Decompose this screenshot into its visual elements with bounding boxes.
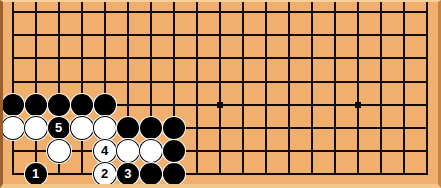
intersection-c1-r8[interactable] — [3, 2, 24, 24]
intersection-c2-r3[interactable] — [24, 116, 47, 139]
intersection-c18-r3[interactable] — [393, 116, 416, 139]
intersection-c1-r2[interactable] — [3, 140, 24, 163]
intersection-c16-r6[interactable] — [347, 47, 370, 70]
star-point-icon — [355, 102, 361, 108]
intersection-c11-r7[interactable] — [231, 24, 254, 47]
intersection-c15-r1[interactable] — [324, 163, 347, 184]
intersection-c12-r3[interactable] — [255, 116, 278, 139]
intersection-c4-r7[interactable] — [70, 24, 93, 47]
intersection-c10-r5[interactable] — [208, 70, 231, 93]
intersection-c5-r8[interactable] — [93, 2, 116, 24]
intersection-c9-r8[interactable] — [185, 2, 208, 24]
move-number: 4 — [101, 144, 108, 157]
intersection-c8-r5[interactable] — [162, 70, 185, 93]
move-number: 5 — [55, 121, 62, 134]
intersection-c14-r5[interactable] — [301, 70, 324, 93]
black-stone — [71, 94, 93, 116]
intersection-c13-r5[interactable] — [278, 70, 301, 93]
intersection-c11-r1[interactable] — [231, 163, 254, 184]
intersection-c8-r7[interactable] — [162, 24, 185, 47]
black-stone-move-3: 3 — [117, 163, 139, 184]
intersection-c4-r6[interactable] — [70, 47, 93, 70]
intersection-c17-r1[interactable] — [370, 163, 393, 184]
intersection-c14-r1[interactable] — [301, 163, 324, 184]
intersection-c12-r7[interactable] — [255, 24, 278, 47]
intersection-c12-r6[interactable] — [255, 47, 278, 70]
intersection-c6-r3[interactable] — [116, 116, 139, 139]
intersection-c6-r1[interactable]: 3 — [116, 163, 139, 184]
intersection-c2-r1[interactable]: 1 — [24, 163, 47, 184]
intersection-c19-r5[interactable] — [416, 70, 438, 93]
intersection-c4-r1[interactable] — [70, 163, 93, 184]
intersection-c5-r5[interactable] — [93, 70, 116, 93]
intersection-c7-r5[interactable] — [139, 70, 162, 93]
intersection-c2-r4[interactable] — [24, 93, 47, 116]
intersection-c14-r3[interactable] — [301, 116, 324, 139]
intersection-c2-r7[interactable] — [24, 24, 47, 47]
intersection-c5-r4[interactable] — [93, 93, 116, 116]
intersection-c19-r2[interactable] — [416, 140, 438, 163]
intersection-c9-r6[interactable] — [185, 47, 208, 70]
move-number: 2 — [101, 167, 108, 180]
intersection-c11-r5[interactable] — [231, 70, 254, 93]
intersection-c18-r8[interactable] — [393, 2, 416, 24]
intersection-c1-r5[interactable] — [3, 70, 24, 93]
black-stone-move-1: 1 — [25, 163, 47, 184]
black-stone — [25, 94, 47, 116]
intersection-c10-r6[interactable] — [208, 47, 231, 70]
intersection-c16-r4[interactable] — [347, 93, 370, 116]
intersection-c3-r8[interactable] — [47, 2, 70, 24]
black-stone — [163, 117, 185, 139]
intersection-c16-r1[interactable] — [347, 163, 370, 184]
intersection-c3-r7[interactable] — [47, 24, 70, 47]
intersection-c6-r2[interactable] — [116, 140, 139, 163]
white-stone — [94, 117, 116, 139]
black-stone-move-5: 5 — [48, 117, 70, 139]
intersection-c3-r2[interactable] — [47, 140, 70, 163]
intersection-c15-r6[interactable] — [324, 47, 347, 70]
intersection-c8-r6[interactable] — [162, 47, 185, 70]
intersection-c6-r7[interactable] — [116, 24, 139, 47]
intersection-c14-r7[interactable] — [301, 24, 324, 47]
intersection-c9-r4[interactable] — [185, 93, 208, 116]
black-stone — [163, 140, 185, 162]
intersection-c4-r4[interactable] — [70, 93, 93, 116]
intersection-c5-r3[interactable] — [93, 116, 116, 139]
intersection-c1-r6[interactable] — [3, 47, 24, 70]
go-board-diagram: 54123 — [0, 0, 441, 188]
intersection-c11-r4[interactable] — [231, 93, 254, 116]
intersection-c4-r5[interactable] — [70, 70, 93, 93]
white-stone — [25, 117, 47, 139]
black-stone — [3, 94, 24, 116]
intersection-c10-r7[interactable] — [208, 24, 231, 47]
intersection-c2-r8[interactable] — [24, 2, 47, 24]
intersection-c18-r4[interactable] — [393, 93, 416, 116]
intersection-c9-r7[interactable] — [185, 24, 208, 47]
move-number: 3 — [124, 167, 131, 180]
intersection-c19-r1[interactable] — [416, 163, 438, 184]
intersection-c19-r7[interactable] — [416, 24, 438, 47]
intersection-c17-r2[interactable] — [370, 140, 393, 163]
intersection-c19-r6[interactable] — [416, 47, 438, 70]
intersection-c7-r8[interactable] — [139, 2, 162, 24]
intersection-c15-r8[interactable] — [324, 2, 347, 24]
intersection-c7-r3[interactable] — [139, 116, 162, 139]
intersection-c3-r6[interactable] — [47, 47, 70, 70]
white-stone — [140, 140, 162, 162]
intersection-c16-r2[interactable] — [347, 140, 370, 163]
intersection-c2-r6[interactable] — [24, 47, 47, 70]
black-stone — [140, 117, 162, 139]
intersection-c13-r7[interactable] — [278, 24, 301, 47]
intersection-c1-r7[interactable] — [3, 24, 24, 47]
star-point-icon — [217, 102, 223, 108]
intersection-c19-r8[interactable] — [416, 2, 438, 24]
intersection-c15-r4[interactable] — [324, 93, 347, 116]
intersection-c18-r2[interactable] — [393, 140, 416, 163]
intersection-c3-r1[interactable] — [47, 163, 70, 184]
intersection-c9-r3[interactable] — [185, 116, 208, 139]
intersection-c18-r5[interactable] — [393, 70, 416, 93]
black-stone — [163, 163, 185, 184]
intersection-c17-r6[interactable] — [370, 47, 393, 70]
intersection-c15-r5[interactable] — [324, 70, 347, 93]
intersection-c10-r1[interactable] — [208, 163, 231, 184]
intersection-c19-r4[interactable] — [416, 93, 438, 116]
move-number: 1 — [32, 167, 39, 180]
intersection-c9-r1[interactable] — [185, 163, 208, 184]
black-stone — [94, 94, 116, 116]
intersection-c6-r4[interactable] — [116, 93, 139, 116]
intersection-c8-r1[interactable] — [162, 163, 185, 184]
white-stone — [71, 117, 93, 139]
intersection-c16-r8[interactable] — [347, 2, 370, 24]
intersection-c11-r6[interactable] — [231, 47, 254, 70]
intersection-c7-r1[interactable] — [139, 163, 162, 184]
intersection-c6-r5[interactable] — [116, 70, 139, 93]
white-stone-move-4: 4 — [94, 140, 116, 162]
intersection-c7-r7[interactable] — [139, 24, 162, 47]
intersection-c13-r3[interactable] — [278, 116, 301, 139]
intersection-c12-r8[interactable] — [255, 2, 278, 24]
intersection-c10-r2[interactable] — [208, 140, 231, 163]
intersection-c3-r3[interactable]: 5 — [47, 116, 70, 139]
white-stone — [3, 117, 24, 139]
intersection-c4-r2[interactable] — [70, 140, 93, 163]
intersection-c18-r1[interactable] — [393, 163, 416, 184]
intersection-c13-r8[interactable] — [278, 2, 301, 24]
intersection-c1-r1[interactable] — [3, 163, 24, 184]
intersection-c9-r2[interactable] — [185, 140, 208, 163]
intersection-c8-r2[interactable] — [162, 140, 185, 163]
white-stone — [48, 140, 70, 162]
intersection-c14-r8[interactable] — [301, 2, 324, 24]
intersection-c17-r4[interactable] — [370, 93, 393, 116]
intersection-c7-r4[interactable] — [139, 93, 162, 116]
intersection-c3-r4[interactable] — [47, 93, 70, 116]
intersection-c14-r2[interactable] — [301, 140, 324, 163]
intersection-c17-r8[interactable] — [370, 2, 393, 24]
intersection-c15-r7[interactable] — [324, 24, 347, 47]
intersection-c12-r1[interactable] — [255, 163, 278, 184]
intersection-c10-r4[interactable] — [208, 93, 231, 116]
intersection-c6-r8[interactable] — [116, 2, 139, 24]
intersection-c2-r2[interactable] — [24, 140, 47, 163]
white-stone-move-2: 2 — [94, 163, 116, 184]
intersection-c8-r4[interactable] — [162, 93, 185, 116]
intersection-c17-r3[interactable] — [370, 116, 393, 139]
intersection-c4-r8[interactable] — [70, 2, 93, 24]
intersection-c15-r2[interactable] — [324, 140, 347, 163]
board-area: 54123 — [3, 2, 438, 184]
intersection-c7-r2[interactable] — [139, 140, 162, 163]
intersection-c16-r5[interactable] — [347, 70, 370, 93]
intersection-c9-r5[interactable] — [185, 70, 208, 93]
intersection-c14-r4[interactable] — [301, 93, 324, 116]
intersection-c1-r3[interactable] — [3, 116, 24, 139]
intersection-c5-r2[interactable]: 4 — [93, 140, 116, 163]
intersection-c16-r3[interactable] — [347, 116, 370, 139]
intersection-c6-r6[interactable] — [116, 47, 139, 70]
intersection-c15-r3[interactable] — [324, 116, 347, 139]
black-stone — [117, 117, 139, 139]
intersection-c13-r6[interactable] — [278, 47, 301, 70]
intersection-c11-r2[interactable] — [231, 140, 254, 163]
white-stone — [117, 140, 139, 162]
intersection-c5-r7[interactable] — [93, 24, 116, 47]
intersection-c5-r6[interactable] — [93, 47, 116, 70]
intersection-c12-r4[interactable] — [255, 93, 278, 116]
intersection-c4-r3[interactable] — [70, 116, 93, 139]
intersection-c16-r7[interactable] — [347, 24, 370, 47]
black-stone — [48, 94, 70, 116]
intersection-c8-r3[interactable] — [162, 116, 185, 139]
intersection-c19-r3[interactable] — [416, 116, 438, 139]
black-stone — [140, 163, 162, 184]
intersection-c13-r1[interactable] — [278, 163, 301, 184]
intersection-c18-r6[interactable] — [393, 47, 416, 70]
intersection-c12-r2[interactable] — [255, 140, 278, 163]
intersection-c18-r7[interactable] — [393, 24, 416, 47]
intersection-c5-r1[interactable]: 2 — [93, 163, 116, 184]
intersection-c7-r6[interactable] — [139, 47, 162, 70]
intersection-c2-r5[interactable] — [24, 70, 47, 93]
go-grid: 54123 — [3, 2, 438, 184]
intersection-c17-r5[interactable] — [370, 70, 393, 93]
intersection-c10-r8[interactable] — [208, 2, 231, 24]
intersection-c13-r2[interactable] — [278, 140, 301, 163]
intersection-c3-r5[interactable] — [47, 70, 70, 93]
intersection-c11-r8[interactable] — [231, 2, 254, 24]
intersection-c14-r6[interactable] — [301, 47, 324, 70]
intersection-c1-r4[interactable] — [3, 93, 24, 116]
intersection-c13-r4[interactable] — [278, 93, 301, 116]
intersection-c11-r3[interactable] — [231, 116, 254, 139]
intersection-c17-r7[interactable] — [370, 24, 393, 47]
intersection-c8-r8[interactable] — [162, 2, 185, 24]
intersection-c12-r5[interactable] — [255, 70, 278, 93]
intersection-c10-r3[interactable] — [208, 116, 231, 139]
